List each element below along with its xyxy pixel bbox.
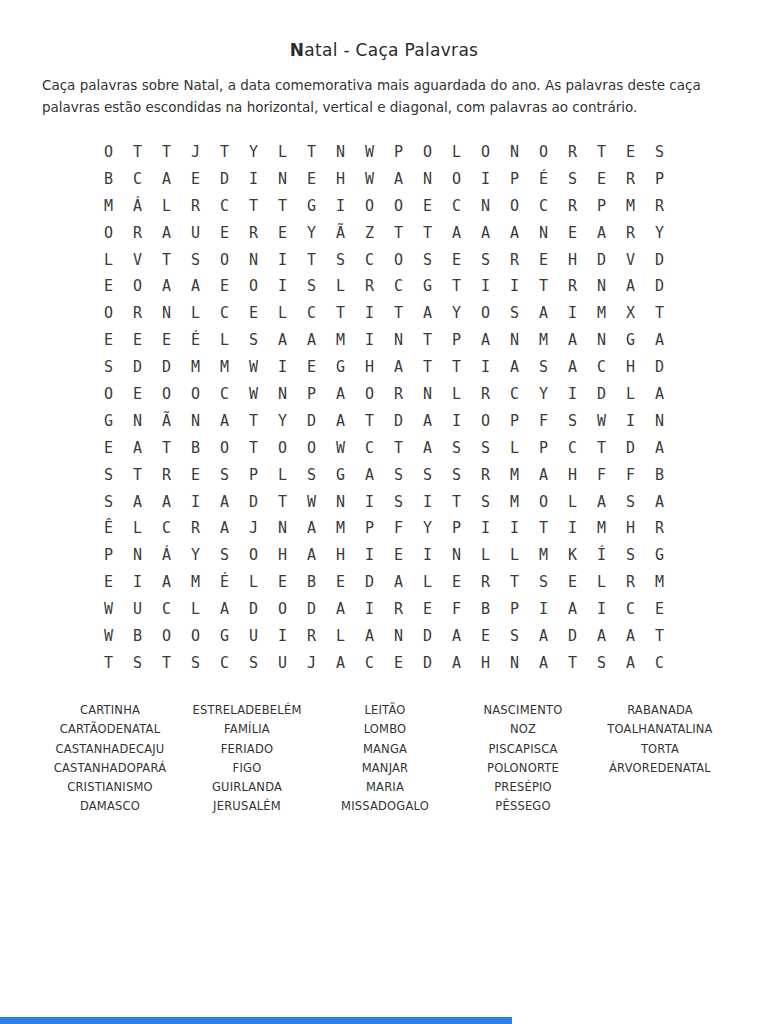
grid-cell-r19c17: D <box>558 623 587 650</box>
grid-cell-r4c11: T <box>384 220 413 247</box>
grid-cell-r16c9: H <box>326 542 355 569</box>
grid-cell-r7c19: X <box>616 300 645 327</box>
grid-cell-r3c18: P <box>587 193 616 220</box>
grid-cell-r8c10: I <box>355 327 384 354</box>
grid-cell-r4c2: R <box>123 220 152 247</box>
grid-cell-r10c7: N <box>268 381 297 408</box>
grid-cell-r13c14: R <box>471 462 500 489</box>
grid-cell-r13c12: S <box>413 462 442 489</box>
grid-cell-r5c13: E <box>442 247 471 274</box>
grid-cell-r6c8: S <box>297 273 326 300</box>
grid-cell-r10c16: Y <box>529 381 558 408</box>
grid-cell-r14c1: S <box>94 489 123 516</box>
grid-cell-r5c1: L <box>94 247 123 274</box>
grid-cell-r2c18: E <box>587 166 616 193</box>
grid-cell-r10c13: L <box>442 381 471 408</box>
grid-cell-r6c4: A <box>181 273 210 300</box>
grid-cell-r8c8: A <box>297 327 326 354</box>
grid-cell-r18c18: I <box>587 596 616 623</box>
grid-cell-r19c18: A <box>587 623 616 650</box>
puzzle-page: Natal - Caça Palavras Caça palavras sobr… <box>0 0 768 1024</box>
grid-cell-r5c2: V <box>123 247 152 274</box>
grid-cell-r9c19: H <box>616 354 645 381</box>
grid-cell-r11c1: G <box>94 408 123 435</box>
grid-cell-r16c19: S <box>616 542 645 569</box>
grid-cell-r15c12: Y <box>413 515 442 542</box>
grid-cell-r6c12: G <box>413 273 442 300</box>
grid-cell-r20c7: U <box>268 650 297 677</box>
grid-cell-r9c6: W <box>239 354 268 381</box>
grid-cell-r4c15: A <box>500 220 529 247</box>
grid-cell-r7c4: L <box>181 300 210 327</box>
grid-cell-r10c4: O <box>181 381 210 408</box>
grid-cell-r12c13: S <box>442 435 471 462</box>
grid-cell-r7c6: E <box>239 300 268 327</box>
grid-cell-r10c18: D <box>587 381 616 408</box>
grid-cell-r2c12: N <box>413 166 442 193</box>
grid-cell-r7c9: T <box>326 300 355 327</box>
grid-cell-r12c6: T <box>239 435 268 462</box>
grid-cell-r16c1: P <box>94 542 123 569</box>
grid-cell-r12c20: A <box>645 435 674 462</box>
grid-cell-r18c13: F <box>442 596 471 623</box>
grid-cell-r19c1: W <box>94 623 123 650</box>
grid-cell-r17c5: É <box>210 569 239 596</box>
grid-cell-r20c20: C <box>645 650 674 677</box>
grid-cell-r6c2: O <box>123 273 152 300</box>
grid-cell-r16c16: M <box>529 542 558 569</box>
grid-cell-r17c4: M <box>181 569 210 596</box>
grid-cell-r10c15: C <box>500 381 529 408</box>
grid-cell-r15c9: M <box>326 515 355 542</box>
grid-cell-r11c15: P <box>500 408 529 435</box>
grid-cell-r4c9: Ã <box>326 220 355 247</box>
grid-cell-r5c10: C <box>355 247 384 274</box>
word-list-item: ÁRVOREDENATAL <box>560 759 760 778</box>
grid-cell-r1c17: R <box>558 139 587 166</box>
grid-cell-r2c15: P <box>500 166 529 193</box>
grid-cell-r7c3: N <box>152 300 181 327</box>
grid-cell-r3c1: M <box>94 193 123 220</box>
grid-cell-r12c16: P <box>529 435 558 462</box>
grid-cell-r3c9: I <box>326 193 355 220</box>
grid-cell-r14c16: O <box>529 489 558 516</box>
grid-cell-r9c18: C <box>587 354 616 381</box>
grid-cell-r12c9: W <box>326 435 355 462</box>
grid-cell-r4c6: R <box>239 220 268 247</box>
grid-cell-r13c9: G <box>326 462 355 489</box>
grid-cell-r3c10: O <box>355 193 384 220</box>
grid-cell-r15c8: A <box>297 515 326 542</box>
grid-cell-r7c18: M <box>587 300 616 327</box>
grid-cell-r5c18: D <box>587 247 616 274</box>
grid-cell-r3c20: R <box>645 193 674 220</box>
grid-cell-r10c11: R <box>384 381 413 408</box>
grid-cell-r11c16: F <box>529 408 558 435</box>
grid-cell-r19c15: S <box>500 623 529 650</box>
word-list-item: TOALHANATALINA <box>560 720 760 739</box>
grid-cell-r20c11: E <box>384 650 413 677</box>
word-list-column-5: RABANADATOALHANATALINATORTAÁRVOREDENATAL <box>560 701 760 778</box>
grid-cell-r18c16: I <box>529 596 558 623</box>
grid-cell-r9c14: I <box>471 354 500 381</box>
grid-cell-r2c16: É <box>529 166 558 193</box>
grid-cell-r14c11: S <box>384 489 413 516</box>
grid-cell-r15c13: P <box>442 515 471 542</box>
grid-cell-r9c7: I <box>268 354 297 381</box>
grid-cell-r17c9: E <box>326 569 355 596</box>
grid-cell-r4c12: T <box>413 220 442 247</box>
grid-cell-r9c5: M <box>210 354 239 381</box>
grid-cell-r20c18: S <box>587 650 616 677</box>
word-list-item: PÊSSEGO <box>423 797 623 816</box>
grid-cell-r4c3: A <box>152 220 181 247</box>
grid-cell-r11c4: N <box>181 408 210 435</box>
grid-cell-r3c5: C <box>210 193 239 220</box>
grid-cell-r16c20: G <box>645 542 674 569</box>
grid-cell-r18c8: D <box>297 596 326 623</box>
grid-cell-r5c9: S <box>326 247 355 274</box>
grid-cell-r1c3: T <box>152 139 181 166</box>
grid-cell-r11c20: N <box>645 408 674 435</box>
grid-cell-r1c11: P <box>384 139 413 166</box>
grid-cell-r5c15: R <box>500 247 529 274</box>
grid-cell-r14c13: T <box>442 489 471 516</box>
grid-cell-r16c5: S <box>210 542 239 569</box>
grid-cell-r15c1: Ê <box>94 515 123 542</box>
grid-cell-r6c17: R <box>558 273 587 300</box>
grid-cell-r15c20: R <box>645 515 674 542</box>
grid-cell-r8c4: É <box>181 327 210 354</box>
grid-cell-r13c16: A <box>529 462 558 489</box>
grid-cell-r16c4: Y <box>181 542 210 569</box>
grid-cell-r15c7: N <box>268 515 297 542</box>
grid-cell-r16c11: E <box>384 542 413 569</box>
grid-cell-r2c4: E <box>181 166 210 193</box>
grid-cell-r12c3: T <box>152 435 181 462</box>
grid-cell-r9c12: T <box>413 354 442 381</box>
grid-cell-r18c17: A <box>558 596 587 623</box>
letter-grid: OTTJTYLTNWPOLONORTESBCAEDINEHWANOIPÉSERP… <box>94 139 674 677</box>
grid-cell-r20c6: S <box>239 650 268 677</box>
grid-cell-r3c19: M <box>616 193 645 220</box>
grid-cell-r5c3: T <box>152 247 181 274</box>
grid-cell-r7c17: I <box>558 300 587 327</box>
grid-cell-r3c16: C <box>529 193 558 220</box>
grid-cell-r12c14: S <box>471 435 500 462</box>
grid-cell-r2c17: S <box>558 166 587 193</box>
grid-cell-r12c4: B <box>181 435 210 462</box>
grid-cell-r18c7: O <box>268 596 297 623</box>
grid-cell-r13c1: S <box>94 462 123 489</box>
grid-cell-r19c4: O <box>181 623 210 650</box>
grid-cell-r13c5: S <box>210 462 239 489</box>
grid-cell-r8c2: E <box>123 327 152 354</box>
grid-cell-r19c13: A <box>442 623 471 650</box>
grid-cell-r18c11: R <box>384 596 413 623</box>
grid-cell-r6c13: T <box>442 273 471 300</box>
grid-cell-r10c14: R <box>471 381 500 408</box>
grid-cell-r6c6: O <box>239 273 268 300</box>
grid-cell-r8c14: A <box>471 327 500 354</box>
grid-cell-r17c16: S <box>529 569 558 596</box>
grid-cell-r7c10: I <box>355 300 384 327</box>
grid-cell-r17c13: E <box>442 569 471 596</box>
grid-cell-r14c7: T <box>268 489 297 516</box>
grid-cell-r20c17: T <box>558 650 587 677</box>
grid-cell-r18c19: C <box>616 596 645 623</box>
grid-cell-r8c17: A <box>558 327 587 354</box>
grid-cell-r12c10: C <box>355 435 384 462</box>
grid-cell-r9c8: E <box>297 354 326 381</box>
grid-cell-r13c11: S <box>384 462 413 489</box>
grid-cell-r14c3: A <box>152 489 181 516</box>
grid-cell-r15c19: H <box>616 515 645 542</box>
grid-cell-r11c14: O <box>471 408 500 435</box>
grid-cell-r14c2: A <box>123 489 152 516</box>
grid-cell-r5c12: S <box>413 247 442 274</box>
grid-cell-r12c8: O <box>297 435 326 462</box>
grid-cell-r13c2: T <box>123 462 152 489</box>
grid-cell-r10c6: W <box>239 381 268 408</box>
grid-cell-r15c17: I <box>558 515 587 542</box>
grid-cell-r8c15: N <box>500 327 529 354</box>
grid-cell-r17c8: B <box>297 569 326 596</box>
grid-cell-r8c6: S <box>239 327 268 354</box>
grid-cell-r16c2: N <box>123 542 152 569</box>
grid-cell-r9c16: S <box>529 354 558 381</box>
grid-cell-r19c3: O <box>152 623 181 650</box>
grid-cell-r10c17: I <box>558 381 587 408</box>
grid-cell-r15c5: A <box>210 515 239 542</box>
grid-cell-r17c18: L <box>587 569 616 596</box>
grid-cell-r17c20: M <box>645 569 674 596</box>
grid-cell-r8c19: G <box>616 327 645 354</box>
grid-cell-r2c5: D <box>210 166 239 193</box>
grid-cell-r13c7: L <box>268 462 297 489</box>
grid-cell-r6c7: I <box>268 273 297 300</box>
grid-cell-r16c8: A <box>297 542 326 569</box>
grid-cell-r20c14: H <box>471 650 500 677</box>
grid-cell-r3c3: L <box>152 193 181 220</box>
grid-cell-r14c12: I <box>413 489 442 516</box>
grid-cell-r11c18: W <box>587 408 616 435</box>
grid-cell-r19c8: R <box>297 623 326 650</box>
grid-cell-r19c16: A <box>529 623 558 650</box>
grid-cell-r5c20: D <box>645 247 674 274</box>
loading-bar <box>0 1017 512 1024</box>
grid-cell-r17c1: E <box>94 569 123 596</box>
grid-cell-r5c5: O <box>210 247 239 274</box>
grid-cell-r18c20: E <box>645 596 674 623</box>
grid-cell-r1c14: O <box>471 139 500 166</box>
grid-cell-r14c17: L <box>558 489 587 516</box>
grid-cell-r20c5: C <box>210 650 239 677</box>
grid-cell-r6c9: L <box>326 273 355 300</box>
grid-cell-r18c9: A <box>326 596 355 623</box>
grid-cell-r11c12: A <box>413 408 442 435</box>
grid-cell-r1c4: J <box>181 139 210 166</box>
grid-cell-r20c2: S <box>123 650 152 677</box>
grid-cell-r5c7: I <box>268 247 297 274</box>
grid-cell-r1c19: E <box>616 139 645 166</box>
grid-cell-r16c17: K <box>558 542 587 569</box>
grid-cell-r14c4: I <box>181 489 210 516</box>
grid-cell-r7c2: R <box>123 300 152 327</box>
grid-cell-r20c4: S <box>181 650 210 677</box>
grid-cell-r15c3: C <box>152 515 181 542</box>
grid-cell-r20c15: N <box>500 650 529 677</box>
grid-cell-r3c17: R <box>558 193 587 220</box>
grid-cell-r9c15: A <box>500 354 529 381</box>
grid-cell-r15c6: J <box>239 515 268 542</box>
grid-cell-r7c12: A <box>413 300 442 327</box>
grid-cell-r12c12: A <box>413 435 442 462</box>
grid-cell-r11c9: A <box>326 408 355 435</box>
grid-cell-r6c15: I <box>500 273 529 300</box>
grid-cell-r13c19: F <box>616 462 645 489</box>
grid-cell-r1c1: O <box>94 139 123 166</box>
grid-cell-r13c20: B <box>645 462 674 489</box>
grid-cell-r17c3: A <box>152 569 181 596</box>
grid-cell-r13c17: H <box>558 462 587 489</box>
grid-cell-r10c5: C <box>210 381 239 408</box>
grid-cell-r20c8: J <box>297 650 326 677</box>
grid-cell-r17c15: T <box>500 569 529 596</box>
grid-cell-r16c10: I <box>355 542 384 569</box>
grid-cell-r4c5: E <box>210 220 239 247</box>
grid-cell-r3c2: Á <box>123 193 152 220</box>
grid-cell-r9c17: A <box>558 354 587 381</box>
grid-cell-r3c7: T <box>268 193 297 220</box>
grid-cell-r16c6: O <box>239 542 268 569</box>
grid-cell-r17c17: E <box>558 569 587 596</box>
grid-cell-r13c8: S <box>297 462 326 489</box>
grid-cell-r20c9: A <box>326 650 355 677</box>
grid-cell-r5c4: S <box>181 247 210 274</box>
grid-cell-r14c18: A <box>587 489 616 516</box>
grid-cell-r10c3: O <box>152 381 181 408</box>
grid-cell-r2c10: W <box>355 166 384 193</box>
grid-cell-r8c16: M <box>529 327 558 354</box>
grid-cell-r16c12: I <box>413 542 442 569</box>
grid-cell-r4c4: U <box>181 220 210 247</box>
grid-cell-r10c9: A <box>326 381 355 408</box>
grid-cell-r1c10: W <box>355 139 384 166</box>
grid-cell-r16c18: Í <box>587 542 616 569</box>
grid-cell-r20c1: T <box>94 650 123 677</box>
grid-cell-r4c14: A <box>471 220 500 247</box>
grid-cell-r8c1: E <box>94 327 123 354</box>
grid-cell-r14c15: M <box>500 489 529 516</box>
grid-cell-r3c13: C <box>442 193 471 220</box>
grid-cell-r10c10: O <box>355 381 384 408</box>
grid-cell-r1c12: O <box>413 139 442 166</box>
grid-cell-r6c14: I <box>471 273 500 300</box>
grid-cell-r9c4: M <box>181 354 210 381</box>
grid-cell-r7c15: S <box>500 300 529 327</box>
grid-cell-r10c19: L <box>616 381 645 408</box>
grid-cell-r18c10: I <box>355 596 384 623</box>
grid-cell-r12c17: C <box>558 435 587 462</box>
grid-cell-r4c8: Y <box>297 220 326 247</box>
grid-cell-r14c9: N <box>326 489 355 516</box>
grid-cell-r15c11: F <box>384 515 413 542</box>
grid-cell-r11c11: D <box>384 408 413 435</box>
grid-cell-r7c8: C <box>297 300 326 327</box>
grid-cell-r8c7: A <box>268 327 297 354</box>
grid-cell-r3c6: T <box>239 193 268 220</box>
grid-cell-r11c8: D <box>297 408 326 435</box>
grid-cell-r4c18: A <box>587 220 616 247</box>
grid-cell-r6c11: C <box>384 273 413 300</box>
grid-cell-r1c15: N <box>500 139 529 166</box>
grid-cell-r7c11: T <box>384 300 413 327</box>
grid-cell-r8c12: T <box>413 327 442 354</box>
grid-cell-r16c3: Á <box>152 542 181 569</box>
grid-cell-r2c7: N <box>268 166 297 193</box>
grid-cell-r1c7: L <box>268 139 297 166</box>
grid-cell-r1c9: N <box>326 139 355 166</box>
grid-cell-r5c17: H <box>558 247 587 274</box>
grid-cell-r6c20: D <box>645 273 674 300</box>
grid-cell-r19c14: E <box>471 623 500 650</box>
grid-cell-r6c16: T <box>529 273 558 300</box>
grid-cell-r20c3: T <box>152 650 181 677</box>
intro-text: Caça palavras sobre Natal, a data comemo… <box>42 74 732 118</box>
grid-cell-r2c2: C <box>123 166 152 193</box>
grid-cell-r9c11: A <box>384 354 413 381</box>
grid-cell-r1c13: L <box>442 139 471 166</box>
grid-cell-r12c7: O <box>268 435 297 462</box>
grid-cell-r7c20: T <box>645 300 674 327</box>
grid-cell-r4c10: Z <box>355 220 384 247</box>
grid-cell-r10c12: N <box>413 381 442 408</box>
grid-cell-r4c1: O <box>94 220 123 247</box>
grid-cell-r4c20: Y <box>645 220 674 247</box>
grid-cell-r10c8: P <box>297 381 326 408</box>
grid-cell-r14c8: W <box>297 489 326 516</box>
grid-cell-r16c7: H <box>268 542 297 569</box>
grid-cell-r18c1: W <box>94 596 123 623</box>
grid-cell-r3c4: R <box>181 193 210 220</box>
grid-cell-r11c7: Y <box>268 408 297 435</box>
grid-cell-r15c16: T <box>529 515 558 542</box>
grid-cell-r14c14: S <box>471 489 500 516</box>
grid-cell-r2c8: E <box>297 166 326 193</box>
grid-cell-r2c20: P <box>645 166 674 193</box>
grid-cell-r5c14: S <box>471 247 500 274</box>
grid-cell-r3c11: O <box>384 193 413 220</box>
grid-cell-r5c6: N <box>239 247 268 274</box>
grid-cell-r8c13: P <box>442 327 471 354</box>
grid-cell-r20c10: C <box>355 650 384 677</box>
grid-cell-r19c5: G <box>210 623 239 650</box>
grid-cell-r10c1: O <box>94 381 123 408</box>
grid-cell-r14c20: A <box>645 489 674 516</box>
grid-cell-r8c3: E <box>152 327 181 354</box>
grid-cell-r7c1: O <box>94 300 123 327</box>
grid-cell-r19c20: T <box>645 623 674 650</box>
grid-cell-r6c1: E <box>94 273 123 300</box>
grid-cell-r19c10: A <box>355 623 384 650</box>
grid-cell-r15c10: P <box>355 515 384 542</box>
grid-cell-r1c6: Y <box>239 139 268 166</box>
grid-cell-r3c14: N <box>471 193 500 220</box>
word-list-item: PRESÉPIO <box>423 778 623 797</box>
grid-cell-r2c1: B <box>94 166 123 193</box>
grid-cell-r9c13: T <box>442 354 471 381</box>
